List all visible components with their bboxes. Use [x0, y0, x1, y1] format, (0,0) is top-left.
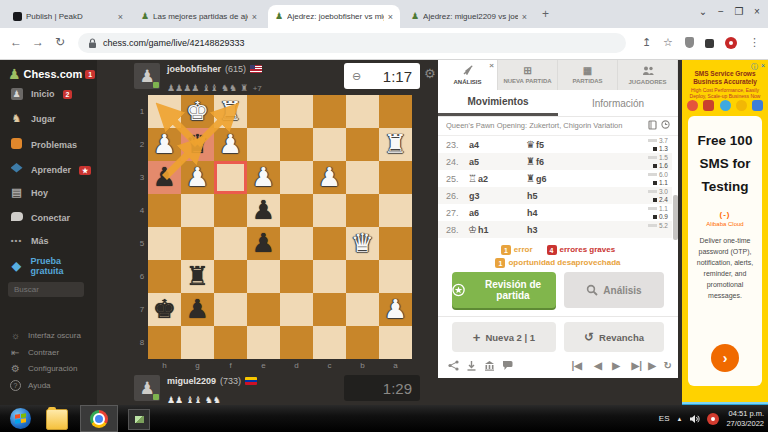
- move-row[interactable]: 26. g3 h5 3.0 2.4: [438, 187, 672, 204]
- sidebar-item-label: Inicio: [31, 89, 55, 99]
- refresh-icon[interactable]: ↻: [55, 35, 65, 49]
- white-move[interactable]: ♔h1: [468, 224, 526, 235]
- sidebar-item-jugar[interactable]: ♞ Jugar: [10, 113, 94, 124]
- new-game-button[interactable]: + Nueva 2 | 1: [452, 322, 556, 352]
- piece-a7[interactable]: ♟: [379, 293, 412, 326]
- globe-icon: [720, 100, 731, 111]
- bottom-player-avatar[interactable]: ♟: [134, 375, 160, 401]
- sidebar-item-label: Más: [31, 236, 49, 246]
- help-icon: ?: [10, 380, 21, 391]
- tab-title: Publish | PeakD: [26, 12, 114, 21]
- analysis-button[interactable]: Análisis: [564, 272, 664, 308]
- system-tray: ES ▲ 04:51 p.m. 27/03/2022: [659, 405, 764, 432]
- download-icon[interactable]: [466, 360, 477, 373]
- piece-g1[interactable]: ♚: [181, 95, 214, 128]
- ad-subheadline: High Cost Performance, Easily Deploy, Sc…: [686, 87, 764, 99]
- file-label-h: h: [148, 361, 181, 370]
- square-f3[interactable]: [214, 161, 247, 194]
- rank-label-7: 7: [137, 293, 147, 326]
- piece-g3[interactable]: ♟: [181, 161, 214, 194]
- tab-search-icon[interactable]: ⌄: [694, 6, 712, 17]
- sidebar-item-label: Prueba gratuita: [31, 256, 95, 276]
- logo-text: Chess.com: [24, 68, 83, 80]
- chat-bubbles-icon: [10, 212, 23, 223]
- square-b2[interactable]: [346, 128, 379, 161]
- window-close-button[interactable]: ×: [748, 6, 766, 17]
- square-c7[interactable]: [313, 293, 346, 326]
- square-e7[interactable]: [247, 293, 280, 326]
- clock-small-icon[interactable]: [661, 120, 670, 131]
- chrome-icon: [90, 410, 108, 428]
- bottom-player-rating: (733): [220, 376, 241, 386]
- rank-label-8: 8: [137, 326, 147, 359]
- white-move[interactable]: g3: [468, 191, 526, 201]
- us-flag-icon: [250, 65, 262, 73]
- square-a6[interactable]: [379, 260, 412, 293]
- sidebar-item-aprender[interactable]: Aprender ★: [10, 163, 94, 177]
- game-review-button[interactable]: Revisión de partida: [452, 272, 556, 308]
- black-move[interactable]: ♜g6: [526, 173, 584, 184]
- square-h7[interactable]: ♚: [148, 293, 181, 326]
- piece-e5[interactable]: ♟: [247, 227, 280, 260]
- file-label-c: c: [313, 361, 346, 370]
- sidebar-item-label: Problemas: [31, 140, 77, 150]
- tab-close-icon[interactable]: ×: [522, 12, 527, 22]
- square-h6[interactable]: [148, 260, 181, 293]
- square-d7[interactable]: [280, 293, 313, 326]
- square-f4[interactable]: [214, 194, 247, 227]
- tab-title: Las mejores partidas de ajedrez c: [153, 12, 248, 21]
- screen: Publish | PeakD × ♟ Las mejores partidas…: [0, 0, 768, 432]
- chat-icon[interactable]: [502, 360, 514, 373]
- logo-pawn-icon: ♟: [8, 66, 21, 82]
- jump-start-icon[interactable]: |◀: [572, 360, 583, 371]
- square-f6[interactable]: [214, 260, 247, 293]
- extension-icon[interactable]: [705, 38, 714, 50]
- white-move[interactable]: a6: [468, 208, 526, 218]
- file-label-e: e: [247, 361, 280, 370]
- sidebar: ♟ Chess.com 1 ♟ Inicio 2 ♞ Jugar Problem…: [0, 60, 97, 405]
- opening-row[interactable]: Queen's Pawn Opening: Zukertort, Chigori…: [438, 116, 678, 136]
- rocket-icon: [463, 65, 473, 77]
- ad-offer-line3: Testing: [688, 176, 762, 199]
- windows-flag-icon: [15, 413, 26, 424]
- rank-label-2: 2: [137, 128, 147, 161]
- white-move[interactable]: a5: [468, 157, 526, 167]
- tab-close-icon[interactable]: ×: [252, 12, 257, 22]
- star-circle-icon: [452, 283, 465, 297]
- shield-extension-icon[interactable]: [685, 37, 694, 50]
- window-maximize-button[interactable]: ❐: [730, 6, 748, 17]
- material-advantage: +7: [253, 84, 262, 93]
- square-g5[interactable]: [181, 227, 214, 260]
- piece-a2[interactable]: ♜: [379, 128, 412, 161]
- square-e4[interactable]: ♟: [247, 194, 280, 227]
- search-input[interactable]: [8, 282, 84, 297]
- magnifier-ad-icon: [736, 100, 747, 111]
- move-times: 1.1 0.9: [648, 205, 668, 220]
- subtab-informacion[interactable]: Información: [558, 90, 678, 116]
- file-label-d: d: [280, 361, 313, 370]
- inicio-badge: 2: [63, 90, 73, 99]
- square-b7[interactable]: [346, 293, 379, 326]
- piece-h2[interactable]: ♟: [148, 128, 181, 161]
- avatar-icon: ♟: [10, 88, 23, 100]
- piece-b5[interactable]: ♛: [346, 227, 379, 260]
- window-minimize-button[interactable]: −: [712, 6, 730, 17]
- square-a5[interactable]: [379, 227, 412, 260]
- panel-divider: [438, 316, 678, 317]
- clock-icon: ⊖: [352, 70, 361, 83]
- square-a7[interactable]: ♟: [379, 293, 412, 326]
- chess-board: ♚♜♟♛♟♜♟♟♟♟♟♟♛♜♚♟♟: [148, 95, 412, 359]
- puzzle-icon: [10, 138, 23, 151]
- square-f5[interactable]: [214, 227, 247, 260]
- white-move[interactable]: ♖a2: [468, 173, 526, 184]
- piece-h7[interactable]: ♚: [148, 293, 181, 326]
- graduation-cap-icon: [10, 163, 23, 177]
- step-back-icon[interactable]: ◀: [594, 360, 602, 371]
- game-summary: 1error 4errores graves 1oportunidad desa…: [438, 242, 678, 268]
- white-move[interactable]: a4: [468, 140, 526, 150]
- tab-close-icon[interactable]: ×: [118, 12, 123, 22]
- tab-jugadores[interactable]: JUGADORES: [618, 60, 678, 90]
- taskbar: ES ▲ 04:51 p.m. 27/03/2022: [0, 405, 768, 432]
- image-viewer-taskbar-icon[interactable]: [128, 409, 150, 430]
- chess-favicon: ♟: [411, 12, 419, 21]
- rank-label-6: 6: [137, 260, 147, 293]
- square-g1[interactable]: ♚: [181, 95, 214, 128]
- piece-e4[interactable]: ♟: [247, 194, 280, 227]
- browser-tab-peakd[interactable]: Publish | PeakD ×: [6, 5, 130, 28]
- footer-label: Contraer: [28, 348, 59, 357]
- players-icon: [642, 66, 654, 77]
- bookmark-star-icon[interactable]: ☆: [663, 36, 673, 49]
- book-icon[interactable]: [648, 120, 657, 132]
- footer-label: Configuración: [28, 364, 77, 373]
- rematch-button[interactable]: ↺ Revancha: [564, 322, 664, 352]
- square-d6[interactable]: [280, 260, 313, 293]
- square-a3[interactable]: [379, 161, 412, 194]
- browser-tab-partidas[interactable]: ♟ Las mejores partidas de ajedrez c ×: [134, 5, 264, 28]
- windows-start-button[interactable]: [10, 408, 31, 429]
- blunder-badge: 4: [547, 245, 557, 255]
- plus-square-icon: ⊞: [523, 66, 531, 76]
- move-times: 3.0 2.4: [648, 188, 668, 203]
- loop-icon[interactable]: ↻: [664, 360, 672, 371]
- black-move[interactable]: h3: [526, 225, 584, 235]
- square-h1[interactable]: [148, 95, 181, 128]
- square-h2[interactable]: ♟: [148, 128, 181, 161]
- sidebar-footer-help[interactable]: ? Ayuda: [10, 380, 51, 391]
- top-player-name[interactable]: joebobfisher (615): [167, 64, 262, 74]
- square-f7[interactable]: [214, 293, 247, 326]
- aprender-badge: ★: [79, 166, 91, 175]
- forward-icon[interactable]: →: [32, 35, 44, 49]
- peakd-favicon: [13, 12, 22, 21]
- tab-analisis[interactable]: ANÁLISIS ×: [438, 60, 498, 90]
- share-icon[interactable]: [448, 360, 459, 373]
- tab-close-icon[interactable]: ×: [388, 12, 393, 22]
- taskbar-clock[interactable]: 04:51 p.m. 27/03/2022: [726, 409, 764, 429]
- sidebar-item-problemas[interactable]: Problemas: [10, 138, 94, 151]
- piece-g6[interactable]: ♜: [181, 260, 214, 293]
- opening-name: Queen's Pawn Opening: Zukertort, Chigori…: [446, 121, 644, 130]
- tab-title: Ajedrez: joebobfisher vs miguel2: [287, 12, 384, 21]
- speaker-icon[interactable]: [689, 410, 700, 428]
- board-settings-gear-icon[interactable]: ⚙: [424, 66, 436, 81]
- chrome-taskbar-button-active[interactable]: [80, 405, 118, 432]
- square-d8[interactable]: [280, 326, 313, 359]
- square-e5[interactable]: ♟: [247, 227, 280, 260]
- sidebar-footer-dark-ui[interactable]: ☼ Interfaz oscura: [10, 330, 81, 341]
- square-b1[interactable]: [346, 95, 379, 128]
- square-d2[interactable]: [280, 128, 313, 161]
- analysis-panel: ANÁLISIS × ⊞ NUEVA PARTIDA ▦ PARTIDAS JU…: [438, 60, 678, 378]
- square-g3[interactable]: ♟: [181, 161, 214, 194]
- newspaper-icon: ▤: [10, 187, 23, 198]
- square-a1[interactable]: [379, 95, 412, 128]
- diamond-icon: ◆: [10, 260, 23, 272]
- browser-tab-bar: Publish | PeakD × ♟ Las mejores partidas…: [0, 0, 768, 28]
- logo-notification-badge: 1: [85, 70, 95, 79]
- panel-tabs: ANÁLISIS × ⊞ NUEVA PARTIDA ▦ PARTIDAS JU…: [438, 60, 678, 90]
- brightness-icon: ☼: [10, 330, 21, 341]
- piece-g2[interactable]: ♛: [181, 128, 214, 161]
- square-d4[interactable]: [280, 194, 313, 227]
- envelope-icon: [752, 100, 763, 111]
- sidebar-item-label: Jugar: [31, 114, 56, 124]
- piece-f2[interactable]: ♟: [214, 128, 247, 161]
- tab-partidas[interactable]: ▦ PARTIDAS: [558, 60, 618, 90]
- square-h3[interactable]: ♟: [148, 161, 181, 194]
- rotate-icon: ↺: [584, 330, 594, 344]
- alibaba-cloud-logo: (-) Alibaba Cloud: [688, 209, 762, 229]
- browser-tab-game-active[interactable]: ♟ Ajedrez: joebobfisher vs miguel2 ×: [268, 5, 400, 28]
- square-e8[interactable]: [247, 326, 280, 359]
- black-move[interactable]: ♜f6: [526, 156, 584, 167]
- rank-label-4: 4: [137, 194, 147, 227]
- black-move[interactable]: h4: [526, 208, 584, 218]
- tray-expand-icon[interactable]: ▲: [677, 416, 683, 422]
- rank-label-1: 1: [137, 95, 147, 128]
- share-page-icon[interactable]: ↥: [642, 36, 651, 49]
- panel-subtabs: Movimientos Información: [438, 90, 678, 117]
- move-times: 1.5 1.6: [648, 154, 668, 169]
- footer-label: Interfaz oscura: [28, 331, 81, 340]
- file-label-a: a: [379, 361, 412, 370]
- browser-menu-icon[interactable]: ⋮: [749, 36, 760, 49]
- chess-favicon: ♟: [141, 12, 149, 21]
- square-g2[interactable]: ♛: [181, 128, 214, 161]
- ad-cta-arrow-button[interactable]: ›: [711, 344, 739, 372]
- lock-icon: [88, 38, 97, 49]
- url-text: chess.com/game/live/42148829333: [103, 38, 245, 48]
- sidebar-footer-settings[interactable]: ⚙ Configuración: [10, 363, 77, 374]
- square-b3[interactable]: [346, 161, 379, 194]
- square-a4[interactable]: [379, 194, 412, 227]
- plus-icon: +: [473, 330, 481, 345]
- bell-icon: [687, 100, 698, 111]
- square-h5[interactable]: [148, 227, 181, 260]
- square-c4[interactable]: [313, 194, 346, 227]
- step-forward-icon[interactable]: ▶: [612, 360, 620, 371]
- move-row[interactable]: 25. ♖a2 ♜g6 6.0 1.1: [438, 170, 672, 187]
- square-e2[interactable]: [247, 128, 280, 161]
- collapse-icon: ⇤: [10, 347, 21, 358]
- square-g6[interactable]: ♜: [181, 260, 214, 293]
- ad-banner[interactable]: ⓘ × SMS Service Grows Business Accuratel…: [682, 60, 768, 412]
- file-label-f: f: [214, 361, 247, 370]
- browser-address-bar: ← → ↻ chess.com/game/live/42148829333 ↥ …: [0, 28, 768, 60]
- sidebar-item-inicio[interactable]: ♟ Inicio 2: [10, 88, 94, 100]
- close-analysis-icon[interactable]: ×: [489, 61, 494, 70]
- tray-app-icon[interactable]: [707, 413, 719, 425]
- back-icon[interactable]: ←: [10, 35, 22, 49]
- piece-c3[interactable]: ♟: [313, 161, 346, 194]
- square-g4[interactable]: [181, 194, 214, 227]
- play-icon[interactable]: ▶: [648, 360, 656, 371]
- black-move[interactable]: h5: [526, 191, 584, 201]
- square-f8[interactable]: [214, 326, 247, 359]
- piece-e3[interactable]: ♟: [247, 161, 280, 194]
- chesscom-logo[interactable]: ♟ Chess.com 1: [8, 66, 95, 82]
- move-row[interactable]: 24. a5 ♜f6 1.5 1.6: [438, 153, 672, 170]
- square-f2[interactable]: ♟: [214, 128, 247, 161]
- gear-icon: ⚙: [10, 363, 21, 374]
- rank-label-3: 3: [137, 161, 147, 194]
- square-e1[interactable]: [247, 95, 280, 128]
- sidebar-item-label: Hoy: [31, 188, 48, 198]
- sidebar-footer-collapse[interactable]: ⇤ Contraer: [10, 347, 59, 358]
- piece-g7[interactable]: ♟: [181, 293, 214, 326]
- black-move[interactable]: ♛f5: [526, 139, 584, 150]
- sidebar-item-label: Conectar: [31, 213, 70, 223]
- file-label-b: b: [346, 361, 379, 370]
- knight-icon: ♞: [10, 113, 23, 124]
- square-c2[interactable]: [313, 128, 346, 161]
- bottom-player-name[interactable]: miguel2209 (733): [167, 376, 257, 386]
- square-c3[interactable]: ♟: [313, 161, 346, 194]
- move-times: 6.0 1.1: [648, 171, 668, 186]
- top-player-avatar[interactable]: ♟: [134, 63, 160, 89]
- piece-h3[interactable]: ♟: [148, 161, 181, 194]
- move-times: 5.2: [648, 222, 668, 229]
- square-c5[interactable]: [313, 227, 346, 260]
- move-row[interactable]: 28. ♔h1 h3 5.2: [438, 221, 672, 238]
- tab-nueva-partida[interactable]: ⊞ NUEVA PARTIDA: [498, 60, 558, 90]
- square-f1[interactable]: ♜: [214, 95, 247, 128]
- square-b8[interactable]: [346, 326, 379, 359]
- rank-label-5: 5: [137, 227, 147, 260]
- square-d5[interactable]: [280, 227, 313, 260]
- jump-end-icon[interactable]: ▶|: [632, 360, 643, 371]
- square-d1[interactable]: [280, 95, 313, 128]
- ellipsis-icon: •••: [10, 237, 23, 245]
- magnifier-icon: [586, 284, 598, 296]
- chess-favicon: ♟: [275, 12, 283, 21]
- sidebar-item-conectar[interactable]: Conectar: [10, 212, 94, 223]
- square-g8[interactable]: [181, 326, 214, 359]
- square-g7[interactable]: ♟: [181, 293, 214, 326]
- move-list-scrollbar[interactable]: [673, 195, 678, 240]
- ad-offer-line2: SMS for: [688, 153, 762, 176]
- library-icon[interactable]: [484, 360, 495, 373]
- move-list: 23. a4 ♛f5 3.7 1.3 24. a5 ♜f6 1.5 1.6 25…: [438, 136, 672, 238]
- square-e6[interactable]: [247, 260, 280, 293]
- square-a8[interactable]: [379, 326, 412, 359]
- move-row[interactable]: 27. a6 h4 1.1 0.9: [438, 204, 672, 221]
- grid-icon: ▦: [583, 66, 592, 76]
- sidebar-item-hoy[interactable]: ▤ Hoy: [10, 187, 94, 198]
- sidebar-item-mas[interactable]: ••• Más: [10, 236, 94, 246]
- square-c8[interactable]: [313, 326, 346, 359]
- ad-headline: SMS Service Grows Business Accurately: [685, 70, 765, 86]
- bottom-player-clock: 1:29: [344, 375, 420, 401]
- square-b6[interactable]: [346, 260, 379, 293]
- square-e3[interactable]: ♟: [247, 161, 280, 194]
- missed-badge: 1: [495, 258, 505, 268]
- square-b5[interactable]: ♛: [346, 227, 379, 260]
- message-card-icon: [703, 100, 714, 111]
- browser-tab-game2[interactable]: ♟ Ajedrez: miguel2209 vs joebobfis ×: [404, 5, 534, 28]
- sidebar-item-label: Aprender: [31, 165, 71, 175]
- square-a2[interactable]: ♜: [379, 128, 412, 161]
- square-h8[interactable]: [148, 326, 181, 359]
- pinwheel-extension-icon[interactable]: [725, 37, 737, 51]
- subtab-movimientos[interactable]: Movimientos: [438, 90, 558, 116]
- square-b4[interactable]: [346, 194, 379, 227]
- sidebar-item-prueba-gratuita[interactable]: ◆ Prueba gratuita: [10, 256, 94, 276]
- move-row[interactable]: 23. a4 ♛f5 3.7 1.3: [438, 136, 672, 153]
- ad-feature-icons: [687, 100, 763, 111]
- piece-f1[interactable]: ♜: [214, 95, 247, 128]
- language-indicator[interactable]: ES: [659, 414, 670, 423]
- file-explorer-taskbar-icon[interactable]: [46, 409, 68, 430]
- error-badge: 1: [501, 245, 511, 255]
- footer-label: Ayuda: [28, 381, 51, 390]
- square-h4[interactable]: [148, 194, 181, 227]
- square-c1[interactable]: [313, 95, 346, 128]
- square-d3[interactable]: [280, 161, 313, 194]
- top-player-captured-tray: ♟♟♟♟ ♝♝ ♞♞ ♜ +7: [167, 77, 262, 95]
- url-field[interactable]: chess.com/game/live/42148829333: [78, 33, 626, 53]
- top-player-rating: (615): [225, 64, 246, 74]
- ad-offer-line1: Free 100: [688, 130, 762, 153]
- ad-body-text: Deliver one-time password (OTP), notific…: [693, 236, 757, 301]
- top-player-clock: ⊖ 1:17: [344, 63, 420, 89]
- new-tab-button[interactable]: +: [542, 7, 549, 21]
- tab-title: Ajedrez: miguel2209 vs joebobfis: [423, 12, 518, 21]
- ad-card[interactable]: Free 100 SMS for Testing (-) Alibaba Clo…: [688, 116, 762, 386]
- move-times: 3.7 1.3: [648, 137, 668, 152]
- ve-flag-icon: [245, 377, 257, 385]
- file-label-g: g: [181, 361, 214, 370]
- square-c6[interactable]: [313, 260, 346, 293]
